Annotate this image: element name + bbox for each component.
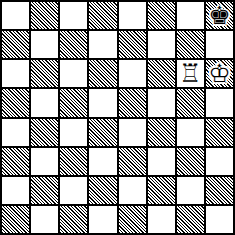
square-a5[interactable] (2, 89, 29, 116)
square-g4[interactable] (177, 119, 204, 146)
square-c8[interactable] (60, 2, 87, 29)
square-f2[interactable] (148, 177, 175, 204)
square-a6[interactable] (2, 60, 29, 87)
square-g6[interactable]: ♜♖ (177, 60, 204, 87)
square-a1[interactable] (2, 206, 29, 233)
square-d3[interactable] (89, 148, 116, 175)
square-f3[interactable] (148, 148, 175, 175)
square-h8[interactable]: ♚ (206, 2, 233, 29)
square-d8[interactable] (89, 2, 116, 29)
square-d4[interactable] (89, 119, 116, 146)
square-f1[interactable] (148, 206, 175, 233)
square-e8[interactable] (119, 2, 146, 29)
square-c3[interactable] (60, 148, 87, 175)
black-king-glyph: ♚ (206, 2, 233, 29)
square-a2[interactable] (2, 177, 29, 204)
square-d5[interactable] (89, 89, 116, 116)
square-d1[interactable] (89, 206, 116, 233)
black-king[interactable]: ♚ (206, 2, 233, 29)
square-c1[interactable] (60, 206, 87, 233)
chess-board: ♚♜♖♚♔ (0, 0, 235, 235)
square-d2[interactable] (89, 177, 116, 204)
square-c4[interactable] (60, 119, 87, 146)
square-f4[interactable] (148, 119, 175, 146)
square-f5[interactable] (148, 89, 175, 116)
square-h5[interactable] (206, 89, 233, 116)
white-rook[interactable]: ♜♖ (177, 60, 204, 87)
square-a7[interactable] (2, 31, 29, 58)
square-b7[interactable] (31, 31, 58, 58)
square-h2[interactable] (206, 177, 233, 204)
square-d7[interactable] (89, 31, 116, 58)
square-c7[interactable] (60, 31, 87, 58)
square-e6[interactable] (119, 60, 146, 87)
square-b4[interactable] (31, 119, 58, 146)
square-b8[interactable] (31, 2, 58, 29)
square-h4[interactable] (206, 119, 233, 146)
square-a8[interactable] (2, 2, 29, 29)
square-g8[interactable] (177, 2, 204, 29)
square-b3[interactable] (31, 148, 58, 175)
square-c2[interactable] (60, 177, 87, 204)
square-c5[interactable] (60, 89, 87, 116)
square-h7[interactable] (206, 31, 233, 58)
square-b5[interactable] (31, 89, 58, 116)
square-g3[interactable] (177, 148, 204, 175)
square-g2[interactable] (177, 177, 204, 204)
square-h3[interactable] (206, 148, 233, 175)
square-e2[interactable] (119, 177, 146, 204)
square-b1[interactable] (31, 206, 58, 233)
square-h1[interactable] (206, 206, 233, 233)
square-f7[interactable] (148, 31, 175, 58)
white-king[interactable]: ♚♔ (206, 60, 233, 87)
square-a4[interactable] (2, 119, 29, 146)
square-d6[interactable] (89, 60, 116, 87)
square-f8[interactable] (148, 2, 175, 29)
square-h6[interactable]: ♚♔ (206, 60, 233, 87)
square-e4[interactable] (119, 119, 146, 146)
white-rook-glyph: ♖ (177, 60, 204, 87)
square-g7[interactable] (177, 31, 204, 58)
square-a3[interactable] (2, 148, 29, 175)
white-king-glyph: ♔ (206, 60, 233, 87)
square-c6[interactable] (60, 60, 87, 87)
square-f6[interactable] (148, 60, 175, 87)
square-b6[interactable] (31, 60, 58, 87)
square-e1[interactable] (119, 206, 146, 233)
square-g1[interactable] (177, 206, 204, 233)
square-e7[interactable] (119, 31, 146, 58)
square-g5[interactable] (177, 89, 204, 116)
square-e5[interactable] (119, 89, 146, 116)
square-e3[interactable] (119, 148, 146, 175)
square-b2[interactable] (31, 177, 58, 204)
chess-diagram: ♚♜♖♚♔ (0, 0, 235, 235)
